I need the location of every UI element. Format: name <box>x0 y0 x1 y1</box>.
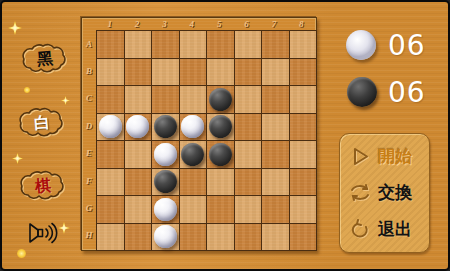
cell-B8[interactable] <box>290 59 317 86</box>
row-label-C: C <box>82 85 96 112</box>
black-stone-D5 <box>209 115 232 138</box>
cell-G8[interactable] <box>290 196 317 223</box>
menu-panel: 開始 交換 <box>339 133 430 253</box>
row-label-E: E <box>82 140 96 167</box>
col-label-3: 3 <box>151 18 178 30</box>
white-stone-D1 <box>99 115 122 138</box>
cell-H5[interactable] <box>207 224 234 251</box>
cell-D8[interactable] <box>290 114 317 141</box>
black-stone-D3 <box>154 115 177 138</box>
row-label-G: G <box>82 194 96 221</box>
menu-item-swap[interactable]: 交換 <box>344 177 425 209</box>
cell-D6[interactable] <box>235 114 262 141</box>
menu-item-swap-label: 交換 <box>378 181 412 204</box>
cell-A2[interactable] <box>125 31 152 58</box>
menu-item-start[interactable]: 開始 <box>344 140 425 172</box>
cell-A8[interactable] <box>290 31 317 58</box>
col-label-8: 8 <box>288 18 315 30</box>
cell-A6[interactable] <box>235 31 262 58</box>
white-stone-D2 <box>126 115 149 138</box>
cell-C1[interactable] <box>97 86 124 113</box>
cell-B4[interactable] <box>180 59 207 86</box>
cell-G2[interactable] <box>125 196 152 223</box>
col-label-5: 5 <box>206 18 233 30</box>
cell-D7[interactable] <box>262 114 289 141</box>
cell-E2[interactable] <box>125 141 152 168</box>
cell-F6[interactable] <box>235 169 262 196</box>
white-title-button[interactable]: 白 <box>15 102 69 144</box>
sparkle-star <box>12 153 23 164</box>
cell-B3[interactable] <box>152 59 179 86</box>
sound-toggle[interactable] <box>28 220 60 247</box>
cell-D5[interactable] <box>207 114 234 141</box>
speaker-icon <box>28 220 60 247</box>
cell-B1[interactable] <box>97 59 124 86</box>
cell-F2[interactable] <box>125 169 152 196</box>
cell-H7[interactable] <box>262 224 289 251</box>
swap-icon <box>349 182 371 204</box>
cell-F8[interactable] <box>290 169 317 196</box>
cell-H1[interactable] <box>97 224 124 251</box>
row-label-H: H <box>82 222 96 249</box>
cell-A7[interactable] <box>262 31 289 58</box>
row-label-A: A <box>82 30 96 57</box>
cell-E4[interactable] <box>180 141 207 168</box>
cell-F4[interactable] <box>180 169 207 196</box>
cell-C5[interactable] <box>207 86 234 113</box>
cell-C8[interactable] <box>290 86 317 113</box>
row-label-F: F <box>82 167 96 194</box>
board-grid <box>96 30 317 251</box>
row-label-B: B <box>82 57 96 84</box>
cell-E5[interactable] <box>207 141 234 168</box>
cell-F1[interactable] <box>97 169 124 196</box>
cell-H3[interactable] <box>152 224 179 251</box>
column-labels: 12345678 <box>96 18 315 30</box>
cell-C2[interactable] <box>125 86 152 113</box>
cell-G1[interactable] <box>97 196 124 223</box>
cell-A3[interactable] <box>152 31 179 58</box>
cell-H8[interactable] <box>290 224 317 251</box>
row-label-D: D <box>82 112 96 139</box>
black-title-label: 黑 <box>16 36 73 83</box>
cell-C3[interactable] <box>152 86 179 113</box>
black-stone-icon <box>347 77 377 107</box>
white-stone-H3 <box>154 225 177 248</box>
cell-C6[interactable] <box>235 86 262 113</box>
col-label-6: 6 <box>233 18 260 30</box>
white-count: 06 <box>388 29 426 62</box>
cell-E3[interactable] <box>152 141 179 168</box>
cell-B5[interactable] <box>207 59 234 86</box>
cell-A1[interactable] <box>97 31 124 58</box>
cell-D2[interactable] <box>125 114 152 141</box>
cell-A5[interactable] <box>207 31 234 58</box>
cell-B7[interactable] <box>262 59 289 86</box>
menu-item-exit[interactable]: 退出 <box>344 214 425 246</box>
cell-G6[interactable] <box>235 196 262 223</box>
white-stone-icon <box>346 30 376 60</box>
col-label-1: 1 <box>96 18 123 30</box>
cell-E8[interactable] <box>290 141 317 168</box>
board: 12345678 ABCDEFGH <box>81 17 317 251</box>
black-title-button[interactable]: 黑 <box>18 38 72 80</box>
sparkle-dot <box>24 87 30 93</box>
black-stone-E5 <box>209 143 232 166</box>
black-stone-C5 <box>209 88 232 111</box>
white-stone-E3 <box>154 143 177 166</box>
cell-F7[interactable] <box>262 169 289 196</box>
cell-D3[interactable] <box>152 114 179 141</box>
cell-H6[interactable] <box>235 224 262 251</box>
cell-G7[interactable] <box>262 196 289 223</box>
qi-title-button[interactable]: 棋 <box>16 165 70 207</box>
cell-E6[interactable] <box>235 141 262 168</box>
black-stone-E4 <box>181 143 204 166</box>
black-count: 06 <box>388 76 426 109</box>
cell-H2[interactable] <box>125 224 152 251</box>
black-stone-F3 <box>154 170 177 193</box>
sparkle-star <box>8 21 22 35</box>
exit-icon <box>349 219 371 241</box>
row-labels: ABCDEFGH <box>82 30 96 249</box>
cell-A4[interactable] <box>180 31 207 58</box>
col-label-2: 2 <box>123 18 150 30</box>
cell-G5[interactable] <box>207 196 234 223</box>
col-label-7: 7 <box>260 18 287 30</box>
cell-E1[interactable] <box>97 141 124 168</box>
play-icon <box>349 145 371 167</box>
white-title-label: 白 <box>13 100 70 147</box>
cell-H4[interactable] <box>180 224 207 251</box>
qi-title-label: 棋 <box>14 163 71 210</box>
cell-G4[interactable] <box>180 196 207 223</box>
sparkle-dot <box>17 249 26 258</box>
cell-G3[interactable] <box>152 196 179 223</box>
cell-F3[interactable] <box>152 169 179 196</box>
cell-D4[interactable] <box>180 114 207 141</box>
cell-C7[interactable] <box>262 86 289 113</box>
game-window: 黑 白 棋 <box>0 0 450 271</box>
cell-B2[interactable] <box>125 59 152 86</box>
cell-B6[interactable] <box>235 59 262 86</box>
white-stone-G3 <box>154 198 177 221</box>
cell-C4[interactable] <box>180 86 207 113</box>
menu-item-exit-label: 退出 <box>378 218 412 241</box>
menu-item-start-label: 開始 <box>378 145 412 168</box>
cell-E7[interactable] <box>262 141 289 168</box>
cell-F5[interactable] <box>207 169 234 196</box>
cell-D1[interactable] <box>97 114 124 141</box>
col-label-4: 4 <box>178 18 205 30</box>
white-stone-D4 <box>181 115 204 138</box>
